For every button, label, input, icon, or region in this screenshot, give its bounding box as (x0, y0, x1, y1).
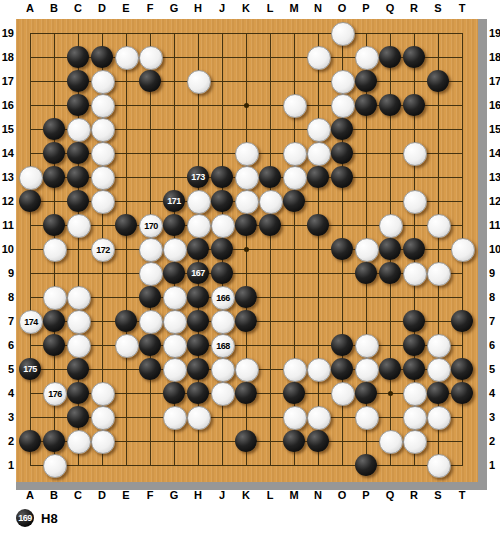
stone-white[interactable] (331, 94, 355, 118)
grid-line-horizontal (30, 465, 463, 466)
stone-black[interactable] (139, 334, 161, 356)
stone-white[interactable] (331, 22, 355, 46)
coord-label-col: Q (381, 488, 399, 502)
stone-white[interactable] (307, 406, 331, 430)
move-number-label: 171 (167, 197, 181, 206)
grid-line-horizontal (30, 345, 463, 346)
grid-line-vertical (318, 33, 319, 466)
stone-black[interactable] (331, 142, 353, 164)
coord-label-col: M (285, 1, 303, 15)
stone-white[interactable] (355, 238, 379, 262)
coord-label-row: 17 (489, 74, 500, 88)
stone-white[interactable] (235, 166, 259, 190)
coord-label-row: 18 (0, 50, 14, 64)
stone-white[interactable] (187, 190, 211, 214)
stone-white[interactable] (403, 262, 427, 286)
stone-white[interactable] (235, 190, 259, 214)
coord-label-col: F (141, 488, 159, 502)
stone-black[interactable] (163, 382, 185, 404)
coord-label-row: 17 (0, 74, 14, 88)
stone-black[interactable] (43, 334, 65, 356)
stone-white[interactable] (139, 262, 163, 286)
stone-white[interactable] (379, 430, 403, 454)
stone-white[interactable] (163, 286, 187, 310)
stone-black[interactable] (403, 238, 425, 260)
stone-white[interactable] (211, 310, 235, 334)
stone-black[interactable] (211, 190, 233, 212)
coord-label-row: 8 (489, 290, 500, 304)
coord-label-col: N (309, 488, 327, 502)
stone-white[interactable] (67, 214, 91, 238)
stone-black[interactable] (187, 334, 209, 356)
stone-black[interactable] (67, 190, 89, 212)
stone-black[interactable] (187, 310, 209, 332)
stone-white[interactable] (403, 430, 427, 454)
stone-black[interactable] (355, 262, 377, 284)
coord-label-col: J (213, 488, 231, 502)
stone-black[interactable] (163, 214, 185, 236)
coord-label-row: 1 (0, 458, 14, 472)
stone-white[interactable] (307, 46, 331, 70)
move-number-label: 170 (144, 222, 158, 231)
stone-black[interactable] (355, 454, 377, 476)
stone-white[interactable] (427, 358, 451, 382)
coord-label-col: Q (381, 1, 399, 15)
stone-black[interactable] (235, 286, 257, 308)
stone-white[interactable] (67, 118, 91, 142)
stone-white[interactable] (355, 358, 379, 382)
coord-label-row: 14 (489, 146, 500, 160)
coord-label-col: S (429, 1, 447, 15)
stone-white-numbered[interactable]: 176 (43, 382, 67, 406)
stone-white[interactable] (427, 214, 451, 238)
stone-white[interactable] (91, 406, 115, 430)
coord-label-col: K (237, 488, 255, 502)
stone-white[interactable] (283, 94, 307, 118)
stone-black[interactable] (355, 94, 377, 116)
stone-black[interactable] (139, 358, 161, 380)
stone-black[interactable] (451, 382, 473, 404)
stone-white[interactable] (67, 334, 91, 358)
stone-black[interactable] (43, 118, 65, 140)
stone-black[interactable] (115, 310, 137, 332)
stone-white[interactable] (427, 262, 451, 286)
stone-black[interactable] (403, 310, 425, 332)
coord-label-row: 14 (0, 146, 14, 160)
grid-line-vertical (270, 33, 271, 466)
stone-white[interactable] (427, 454, 451, 478)
stone-black[interactable] (19, 190, 41, 212)
move-number-label: 173 (191, 173, 205, 182)
move-number-label: 168 (216, 342, 230, 351)
stone-black[interactable] (139, 70, 161, 92)
stone-black[interactable] (235, 310, 257, 332)
stone-black[interactable] (235, 382, 257, 404)
coord-label-col: L (261, 488, 279, 502)
stone-black[interactable] (427, 70, 449, 92)
coord-label-col: P (357, 1, 375, 15)
stone-black[interactable] (211, 262, 233, 284)
stone-black[interactable] (67, 70, 89, 92)
coord-label-row: 11 (489, 218, 500, 232)
stone-white[interactable] (403, 190, 427, 214)
stone-white[interactable] (43, 238, 67, 262)
coord-label-row: 6 (489, 338, 500, 352)
stone-white[interactable] (91, 118, 115, 142)
coord-label-row: 5 (489, 362, 500, 376)
stone-black[interactable] (283, 190, 305, 212)
coord-label-col: J (213, 1, 231, 15)
stone-black[interactable] (43, 310, 65, 332)
stone-black[interactable] (331, 334, 353, 356)
hoshi-point (244, 103, 249, 108)
stone-white[interactable] (235, 358, 259, 382)
coord-label-col: K (237, 1, 255, 15)
stone-white[interactable] (355, 46, 379, 70)
stone-white[interactable] (427, 406, 451, 430)
stone-black[interactable] (67, 142, 89, 164)
stone-black[interactable] (451, 358, 473, 380)
coord-label-row: 9 (489, 266, 500, 280)
stone-white[interactable] (91, 190, 115, 214)
move-number-label: 166 (216, 294, 230, 303)
stone-white[interactable] (283, 358, 307, 382)
stone-white[interactable] (91, 382, 115, 406)
stone-black[interactable] (67, 166, 89, 188)
hoshi-point (388, 391, 393, 396)
coord-label-col: B (45, 1, 63, 15)
stone-white[interactable] (283, 166, 307, 190)
stone-white[interactable] (211, 214, 235, 238)
stone-black[interactable] (403, 94, 425, 116)
stone-black[interactable] (211, 238, 233, 260)
stone-black[interactable] (427, 382, 449, 404)
stone-black[interactable] (187, 358, 209, 380)
stone-white[interactable] (451, 238, 475, 262)
stone-white[interactable] (115, 46, 139, 70)
coord-label-row: 18 (489, 50, 500, 64)
stone-black[interactable] (187, 238, 209, 260)
stone-black[interactable] (331, 118, 353, 140)
coord-label-col: P (357, 488, 375, 502)
footer-move-point: H8 (41, 511, 58, 526)
coord-label-col: T (453, 488, 471, 502)
coord-label-col: C (69, 488, 87, 502)
coord-label-row: 16 (0, 98, 14, 112)
stone-black[interactable] (187, 286, 209, 308)
stone-black[interactable] (211, 166, 233, 188)
stone-black-numbered[interactable]: 167 (187, 262, 209, 284)
stone-white-numbered[interactable]: 174 (19, 310, 43, 334)
coord-label-col: O (333, 1, 351, 15)
stone-white[interactable] (139, 238, 163, 262)
stone-white[interactable] (139, 46, 163, 70)
go-board-viewer: AABBCCDDEEFFGGHHJJKKLLMMNNOOPPQQRRSSTT19… (0, 0, 500, 537)
stone-white[interactable] (139, 310, 163, 334)
stone-black[interactable] (355, 382, 377, 404)
coord-label-row: 12 (489, 194, 500, 208)
stone-black[interactable] (307, 166, 329, 188)
coord-label-row: 3 (489, 410, 500, 424)
stone-black[interactable] (235, 430, 257, 452)
stone-black[interactable] (355, 70, 377, 92)
coord-label-row: 13 (489, 170, 500, 184)
stone-white[interactable] (403, 406, 427, 430)
stone-black[interactable] (331, 166, 353, 188)
coord-label-col: A (21, 1, 39, 15)
stone-black[interactable] (403, 358, 425, 380)
stone-white[interactable] (211, 382, 235, 406)
coord-label-row: 7 (489, 314, 500, 328)
stone-white[interactable] (187, 406, 211, 430)
stone-black-numbered[interactable]: 171 (163, 190, 185, 212)
stone-black[interactable] (91, 46, 113, 68)
stone-black[interactable] (403, 334, 425, 356)
coord-label-row: 10 (489, 242, 500, 256)
hoshi-point (244, 247, 249, 252)
stone-white[interactable] (91, 430, 115, 454)
stone-black[interactable] (43, 166, 65, 188)
coord-label-row: 3 (0, 410, 14, 424)
black-stone-icon: 169 (16, 509, 34, 527)
stone-white[interactable] (355, 406, 379, 430)
coord-label-row: 19 (0, 26, 14, 40)
stone-white[interactable] (283, 406, 307, 430)
stone-black[interactable] (307, 214, 329, 236)
stone-black[interactable] (67, 406, 89, 428)
stone-white[interactable] (331, 382, 355, 406)
stone-black[interactable] (163, 262, 185, 284)
stone-white[interactable] (235, 142, 259, 166)
stone-white[interactable] (403, 142, 427, 166)
stone-black[interactable] (19, 430, 41, 452)
stone-black[interactable] (379, 238, 401, 260)
coord-label-col: O (333, 488, 351, 502)
stone-black[interactable] (259, 166, 281, 188)
move-annotation: 169 H8 (16, 507, 58, 529)
stone-black[interactable] (235, 214, 257, 236)
coord-label-col: E (117, 488, 135, 502)
stone-white[interactable] (307, 142, 331, 166)
move-number-label: 176 (48, 390, 62, 399)
coord-label-row: 9 (0, 266, 14, 280)
stone-white[interactable] (43, 286, 67, 310)
coord-label-row: 16 (489, 98, 500, 112)
stone-white[interactable] (91, 166, 115, 190)
coord-label-row: 15 (489, 122, 500, 136)
stone-white[interactable] (91, 70, 115, 94)
stone-white[interactable] (427, 334, 451, 358)
coord-label-col: R (405, 1, 423, 15)
coord-label-col: R (405, 488, 423, 502)
stone-white-numbered[interactable]: 168 (211, 334, 235, 358)
coord-label-col: T (453, 1, 471, 15)
coord-label-row: 4 (0, 386, 14, 400)
stone-white[interactable] (67, 310, 91, 334)
footer-move-number: 169 (18, 513, 32, 523)
coord-label-col: N (309, 1, 327, 15)
coord-label-row: 11 (0, 218, 14, 232)
stone-white[interactable] (211, 358, 235, 382)
coord-label-row: 2 (489, 434, 500, 448)
stone-white-numbered[interactable]: 166 (211, 286, 235, 310)
stone-white[interactable] (163, 358, 187, 382)
stone-black[interactable] (283, 382, 305, 404)
stone-black[interactable] (451, 310, 473, 332)
coord-label-col: H (189, 1, 207, 15)
stone-black[interactable] (67, 358, 89, 380)
stone-white[interactable] (355, 334, 379, 358)
stone-white[interactable] (307, 358, 331, 382)
stone-black[interactable] (307, 430, 329, 452)
stone-white[interactable] (259, 190, 283, 214)
stone-black[interactable] (259, 214, 281, 236)
stone-white[interactable] (187, 214, 211, 238)
coord-label-col: D (93, 488, 111, 502)
coord-label-row: 4 (489, 386, 500, 400)
stone-black[interactable] (43, 142, 65, 164)
stone-white-numbered[interactable]: 172 (91, 238, 115, 262)
stone-black[interactable] (115, 214, 137, 236)
coord-label-row: 1 (489, 458, 500, 472)
stone-white[interactable] (91, 94, 115, 118)
coord-label-row: 12 (0, 194, 14, 208)
stone-white[interactable] (163, 334, 187, 358)
coord-label-col: L (261, 1, 279, 15)
coord-label-col: G (165, 1, 183, 15)
stone-white[interactable] (115, 334, 139, 358)
stone-white[interactable] (379, 214, 403, 238)
stone-black[interactable] (43, 214, 65, 236)
stone-white[interactable] (187, 70, 211, 94)
coord-label-row: 13 (0, 170, 14, 184)
coord-label-row: 7 (0, 314, 14, 328)
coord-label-row: 8 (0, 290, 14, 304)
stone-white[interactable] (163, 406, 187, 430)
coord-label-row: 2 (0, 434, 14, 448)
move-number-label: 174 (24, 318, 38, 327)
move-number-label: 167 (191, 269, 205, 278)
coord-label-col: M (285, 488, 303, 502)
stone-black[interactable] (187, 382, 209, 404)
coord-label-col: D (93, 1, 111, 15)
stone-black[interactable] (283, 430, 305, 452)
coord-label-row: 19 (489, 26, 500, 40)
stone-black[interactable] (67, 94, 89, 116)
stone-black[interactable] (379, 262, 401, 284)
stone-white[interactable] (67, 430, 91, 454)
stone-white[interactable] (19, 166, 43, 190)
stone-black[interactable] (403, 46, 425, 68)
coord-label-col: C (69, 1, 87, 15)
stone-white[interactable] (307, 118, 331, 142)
stone-white-numbered[interactable]: 170 (139, 214, 163, 238)
stone-white[interactable] (91, 142, 115, 166)
stone-black[interactable] (67, 382, 89, 404)
stone-white[interactable] (67, 286, 91, 310)
stone-white[interactable] (43, 454, 67, 478)
move-number-label: 175 (23, 365, 37, 374)
coord-label-col: A (21, 488, 39, 502)
stone-black[interactable] (139, 286, 161, 308)
coord-label-col: G (165, 488, 183, 502)
stone-black-numbered[interactable]: 175 (19, 358, 41, 380)
coord-label-col: E (117, 1, 135, 15)
stone-black[interactable] (379, 46, 401, 68)
stone-black[interactable] (331, 358, 353, 380)
coord-label-row: 10 (0, 242, 14, 256)
stone-white[interactable] (403, 382, 427, 406)
stone-white[interactable] (283, 142, 307, 166)
stone-black[interactable] (43, 430, 65, 452)
stone-white[interactable] (331, 70, 355, 94)
stone-black[interactable] (67, 46, 89, 68)
move-number-label: 172 (96, 246, 110, 255)
coord-label-col: F (141, 1, 159, 15)
coord-label-row: 5 (0, 362, 14, 376)
coord-label-row: 6 (0, 338, 14, 352)
coord-label-col: S (429, 488, 447, 502)
stone-white[interactable] (163, 310, 187, 334)
stone-black[interactable] (379, 358, 401, 380)
coord-label-col: H (189, 488, 207, 502)
stone-white[interactable] (163, 238, 187, 262)
coord-label-col: B (45, 488, 63, 502)
stone-black[interactable] (379, 94, 401, 116)
stone-black[interactable] (331, 238, 353, 260)
stone-black-numbered[interactable]: 173 (187, 166, 209, 188)
coord-label-row: 15 (0, 122, 14, 136)
